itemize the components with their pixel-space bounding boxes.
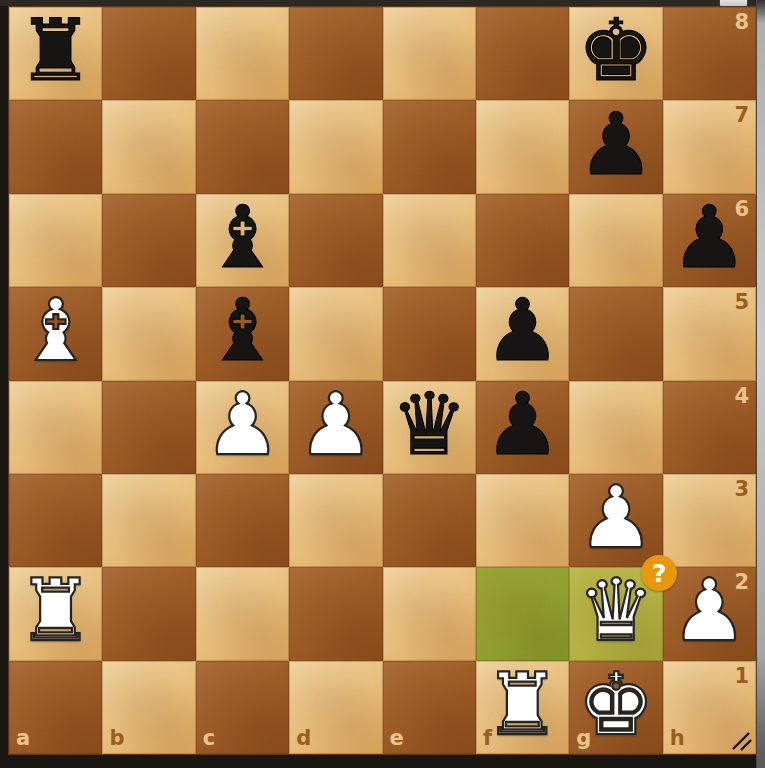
rank-label-2: 2	[734, 572, 749, 593]
board-resize-handle[interactable]	[731, 731, 753, 751]
square-b1[interactable]: b	[102, 661, 195, 754]
rank-label-4: 4	[734, 386, 749, 407]
rank-label-7: 7	[734, 105, 749, 126]
square-h8[interactable]: 8	[663, 7, 756, 100]
square-d8[interactable]	[289, 7, 382, 100]
square-f6[interactable]	[476, 194, 569, 287]
rank-label-8: 8	[734, 12, 749, 33]
square-h6[interactable]: ♟6	[663, 194, 756, 287]
square-g2[interactable]: ♛?	[569, 567, 662, 660]
square-f1[interactable]: ♜f	[476, 661, 569, 754]
square-g8[interactable]: ♚	[569, 7, 662, 100]
square-f4[interactable]: ♟	[476, 381, 569, 474]
square-h2[interactable]: ♟2	[663, 567, 756, 660]
square-e2[interactable]	[383, 567, 476, 660]
square-c8[interactable]	[196, 7, 289, 100]
white-pawn[interactable]: ♟	[577, 471, 654, 564]
square-f7[interactable]	[476, 100, 569, 193]
square-e7[interactable]	[383, 100, 476, 193]
square-d4[interactable]: ♟	[289, 381, 382, 474]
rank-label-6: 6	[734, 199, 749, 220]
white-pawn[interactable]: ♟	[297, 378, 374, 471]
black-bishop[interactable]: ♝	[204, 284, 281, 377]
square-h4[interactable]: 4	[663, 381, 756, 474]
rank-label-5: 5	[734, 292, 749, 313]
square-f8[interactable]	[476, 7, 569, 100]
square-e4[interactable]: ♛	[383, 381, 476, 474]
file-label-f: f	[483, 728, 492, 749]
file-label-h: h	[670, 728, 685, 749]
square-a4[interactable]	[9, 381, 102, 474]
square-d5[interactable]	[289, 287, 382, 380]
white-pawn[interactable]: ♟	[204, 378, 281, 471]
rank-label-3: 3	[734, 479, 749, 500]
file-label-a: a	[16, 728, 30, 749]
file-label-b: b	[109, 728, 124, 749]
square-g4[interactable]	[569, 381, 662, 474]
square-b5[interactable]	[102, 287, 195, 380]
square-a3[interactable]	[9, 474, 102, 567]
file-label-e: e	[390, 728, 404, 749]
square-f2[interactable]	[476, 567, 569, 660]
square-c1[interactable]: c	[196, 661, 289, 754]
square-e8[interactable]	[383, 7, 476, 100]
square-a6[interactable]	[9, 194, 102, 287]
square-f3[interactable]	[476, 474, 569, 567]
square-b4[interactable]	[102, 381, 195, 474]
square-g6[interactable]	[569, 194, 662, 287]
square-c3[interactable]	[196, 474, 289, 567]
rank-label-1: 1	[734, 666, 749, 687]
square-g1[interactable]: ♚g	[569, 661, 662, 754]
square-a2[interactable]: ♜	[9, 567, 102, 660]
square-d2[interactable]	[289, 567, 382, 660]
square-g3[interactable]: ♟	[569, 474, 662, 567]
square-a5[interactable]: ♝	[9, 287, 102, 380]
square-d3[interactable]	[289, 474, 382, 567]
square-d1[interactable]: d	[289, 661, 382, 754]
chess-board: ♜♚8♟7♝♟6♝♝♟5♟♟♛♟4♟3♜♛?♟2abcde♜f♚g1h	[8, 6, 757, 755]
square-e3[interactable]	[383, 474, 476, 567]
square-e1[interactable]: e	[383, 661, 476, 754]
black-pawn[interactable]: ♟	[484, 378, 561, 471]
black-king[interactable]: ♚	[577, 4, 654, 97]
square-a1[interactable]: a	[9, 661, 102, 754]
black-pawn[interactable]: ♟	[484, 284, 561, 377]
black-queen[interactable]: ♛	[391, 378, 468, 471]
square-e5[interactable]	[383, 287, 476, 380]
white-rook[interactable]: ♜	[484, 658, 561, 751]
square-b2[interactable]	[102, 567, 195, 660]
square-c5[interactable]: ♝	[196, 287, 289, 380]
square-d6[interactable]	[289, 194, 382, 287]
square-b6[interactable]	[102, 194, 195, 287]
square-a7[interactable]	[9, 100, 102, 193]
square-g5[interactable]	[569, 287, 662, 380]
square-b8[interactable]	[102, 7, 195, 100]
file-label-d: d	[296, 728, 311, 749]
file-label-c: c	[203, 728, 215, 749]
square-e6[interactable]	[383, 194, 476, 287]
square-c2[interactable]	[196, 567, 289, 660]
page: ♜♚8♟7♝♟6♝♝♟5♟♟♛♟4♟3♜♛?♟2abcde♜f♚g1h	[0, 0, 765, 768]
black-bishop[interactable]: ♝	[204, 191, 281, 284]
square-g7[interactable]: ♟	[569, 100, 662, 193]
square-c7[interactable]	[196, 100, 289, 193]
black-pawn[interactable]: ♟	[577, 98, 654, 191]
square-h5[interactable]: 5	[663, 287, 756, 380]
square-c4[interactable]: ♟	[196, 381, 289, 474]
square-f5[interactable]: ♟	[476, 287, 569, 380]
square-h7[interactable]: 7	[663, 100, 756, 193]
white-bishop[interactable]: ♝	[17, 284, 94, 377]
square-h3[interactable]: 3	[663, 474, 756, 567]
scrollbar[interactable]	[756, 0, 765, 768]
square-b7[interactable]	[102, 100, 195, 193]
square-c6[interactable]: ♝	[196, 194, 289, 287]
file-label-g: g	[576, 728, 591, 749]
black-rook[interactable]: ♜	[17, 4, 94, 97]
square-d7[interactable]	[289, 100, 382, 193]
square-b3[interactable]	[102, 474, 195, 567]
square-a8[interactable]: ♜	[9, 7, 102, 100]
white-rook[interactable]: ♜	[17, 564, 94, 657]
